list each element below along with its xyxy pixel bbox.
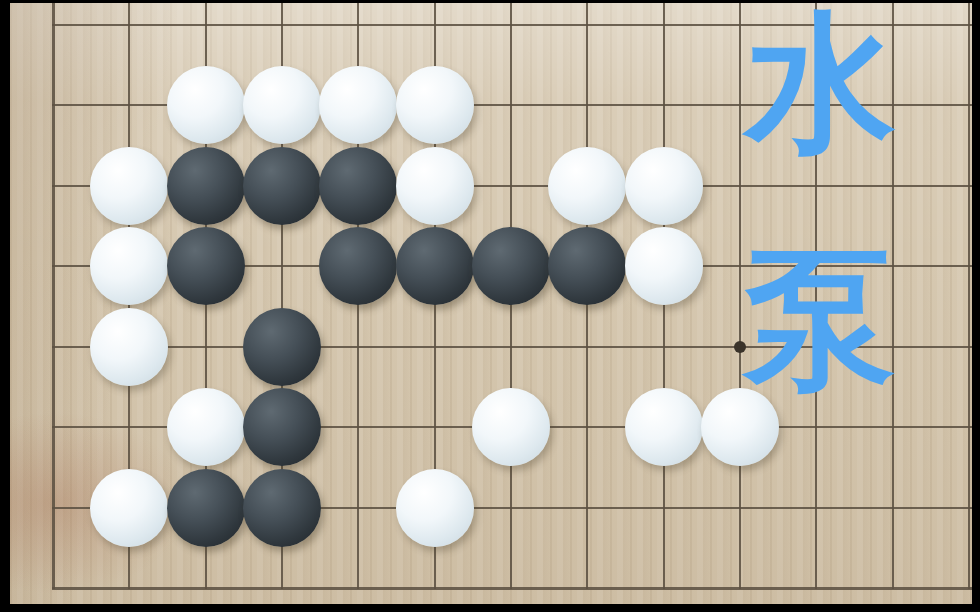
go-board: 水 泵 (10, 3, 972, 604)
black-stone-8-5 (548, 227, 626, 305)
white-stone-9-5 (625, 227, 703, 305)
black-stone-3-5 (167, 227, 245, 305)
black-stone-4-4 (243, 308, 321, 386)
white-stone-2-2 (90, 469, 168, 547)
grid-line-v-10 (739, 3, 741, 589)
black-stone-5-6 (319, 147, 397, 225)
black-stone-7-5 (472, 227, 550, 305)
black-stone-4-2 (243, 469, 321, 547)
white-stone-6-7 (396, 66, 474, 144)
white-stone-9-3 (625, 388, 703, 466)
white-stone-2-4 (90, 308, 168, 386)
grid-line-v-13 (968, 3, 970, 589)
white-stone-5-7 (319, 66, 397, 144)
black-stone-4-6 (243, 147, 321, 225)
white-stone-6-2 (396, 469, 474, 547)
black-stone-3-6 (167, 147, 245, 225)
white-stone-9-6 (625, 147, 703, 225)
grid-line-h-1 (52, 587, 972, 590)
black-stone-6-5 (396, 227, 474, 305)
white-stone-7-3 (472, 388, 550, 466)
white-stone-4-7 (243, 66, 321, 144)
white-stone-6-6 (396, 147, 474, 225)
white-stone-2-6 (90, 147, 168, 225)
black-stone-4-3 (243, 388, 321, 466)
white-stone-3-3 (167, 388, 245, 466)
white-stone-3-7 (167, 66, 245, 144)
white-stone-8-6 (548, 147, 626, 225)
video-frame: 水 泵 (0, 0, 980, 612)
white-stone-2-5 (90, 227, 168, 305)
black-stone-3-2 (167, 469, 245, 547)
watermark-char-shui: 水 (743, 8, 898, 158)
grid-line-v-1 (52, 3, 55, 589)
black-stone-5-5 (319, 227, 397, 305)
watermark-char-beng: 泵 (743, 243, 898, 393)
